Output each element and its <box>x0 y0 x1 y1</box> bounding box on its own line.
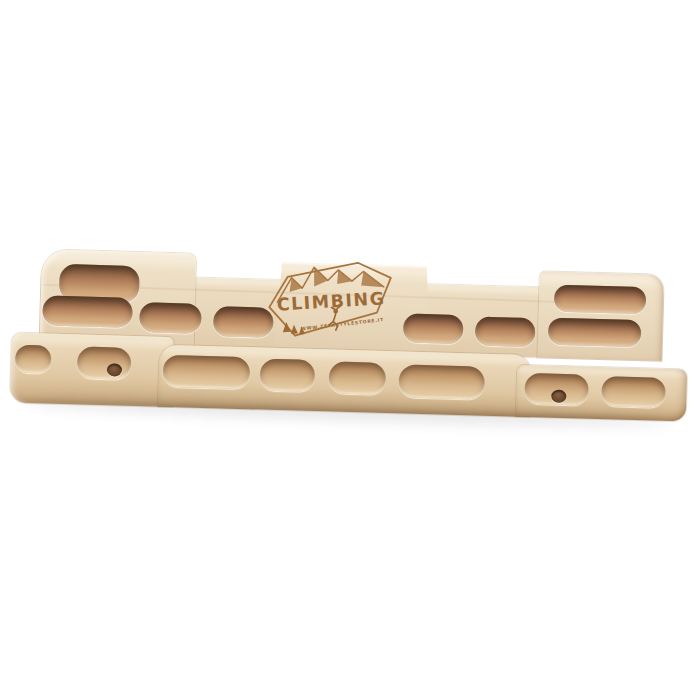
rail-pocket-8 <box>601 376 666 408</box>
right-end-block <box>537 271 663 360</box>
upper-slot-5 <box>475 316 536 347</box>
rail-slot-3 <box>162 355 250 389</box>
rail-pocket-6 <box>398 364 485 399</box>
upper-slot-1 <box>42 295 133 328</box>
brand-title: CLIMBING <box>276 288 386 314</box>
rail-pocket-5 <box>328 361 386 395</box>
brand-badge: CLIMBING WWW.ZETASTYLESTORE.IT <box>264 258 398 342</box>
product-photo: CLIMBING WWW.ZETASTYLESTORE.IT <box>0 0 700 700</box>
rail-pocket-1 <box>15 345 52 374</box>
upper-slot-4 <box>403 313 464 344</box>
upper-slot-6-top-right <box>554 285 647 315</box>
hangboard: CLIMBING WWW.ZETASTYLESTORE.IT <box>10 249 692 422</box>
rail-pocket-4 <box>259 358 315 392</box>
brand-url: WWW.ZETASTYLESTORE.IT <box>301 317 385 331</box>
upper-slot-7 <box>548 318 642 348</box>
brand-badge-graphic: CLIMBING WWW.ZETASTYLESTORE.IT <box>264 258 398 342</box>
rail-pocket-2 <box>77 346 132 379</box>
upper-slot-2 <box>139 302 202 334</box>
